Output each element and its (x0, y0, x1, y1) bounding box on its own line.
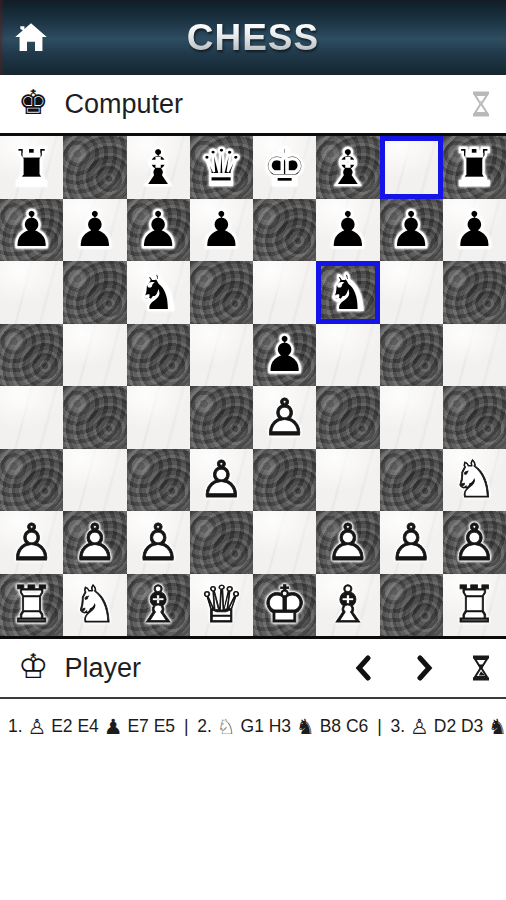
square-f8[interactable]: ♝ (316, 136, 379, 199)
square-a2[interactable]: ♟♙ (0, 511, 63, 574)
piece-outline-layer: ♙ (262, 392, 308, 443)
white-move: E2 E4 (46, 716, 103, 736)
square-b8[interactable] (63, 136, 126, 199)
piece-white-king[interactable]: ♚♔ (253, 574, 316, 637)
square-h1[interactable]: ♜♖ (443, 574, 506, 637)
piece-outline-layer: ♙ (452, 517, 498, 568)
piece-black-bishop[interactable]: ♝ (316, 136, 379, 199)
square-b6[interactable] (63, 261, 126, 324)
white-piece-glyph: ♘ (217, 715, 236, 739)
square-g4[interactable] (380, 386, 443, 449)
square-d1[interactable]: ♛♕ (190, 574, 253, 637)
piece-outline-layer: ♙ (388, 517, 434, 568)
piece-outline-layer: ♙ (9, 517, 55, 568)
square-f6[interactable]: ♞ (316, 261, 379, 324)
square-e4[interactable]: ♟♙ (253, 386, 316, 449)
piece-black-pawn[interactable]: ♟ (380, 199, 443, 262)
black-piece-glyph: ♟ (104, 715, 123, 739)
app-title: CHESS (187, 17, 319, 59)
square-d4[interactable] (190, 386, 253, 449)
piece-black-pawn[interactable]: ♟ (316, 199, 379, 262)
square-f1[interactable]: ♝♗ (316, 574, 379, 637)
piece-black-pawn[interactable]: ♟ (0, 199, 63, 262)
square-h6[interactable] (443, 261, 506, 324)
app-header: CHESS (0, 0, 506, 75)
square-c2[interactable]: ♟♙ (127, 511, 190, 574)
move-number: 3. (391, 716, 410, 736)
move-list: 1. ♙ E2 E4 ♟ E7 E5 | 2. ♘ G1 H3 ♞ B8 C6 … (0, 699, 506, 739)
square-a3[interactable] (0, 449, 63, 512)
piece-white-rook[interactable]: ♜♖ (443, 574, 506, 637)
square-g5[interactable] (380, 324, 443, 387)
square-a8[interactable]: ♜ (0, 136, 63, 199)
next-move-button[interactable] (408, 651, 442, 685)
square-e1[interactable]: ♚♔ (253, 574, 316, 637)
black-piece-glyph: ♞ (488, 715, 506, 739)
chess-board: ♜♝♛♚♝♜♟♟♟♟♟♟♟♞♞♟♟♙♟♙♞♘♟♙♟♙♟♙♟♙♟♙♟♙♜♖♞♘♝♗… (0, 133, 506, 639)
piece-white-bishop[interactable]: ♝♗ (127, 574, 190, 637)
square-c8[interactable]: ♝ (127, 136, 190, 199)
square-g6[interactable] (380, 261, 443, 324)
black-piece-glyph: ♞ (296, 715, 315, 739)
piece-black-rook[interactable]: ♜ (443, 136, 506, 199)
square-b7[interactable]: ♟ (63, 199, 126, 262)
piece-black-pawn[interactable]: ♟ (253, 324, 316, 387)
piece-white-pawn[interactable]: ♟♙ (127, 511, 190, 574)
square-f2[interactable]: ♟♙ (316, 511, 379, 574)
piece-white-bishop[interactable]: ♝♗ (316, 574, 379, 637)
square-f3[interactable] (316, 449, 379, 512)
piece-black-knight[interactable]: ♞ (316, 261, 379, 324)
black-move: E7 E5 (123, 716, 176, 736)
white-piece-glyph: ♙ (410, 715, 429, 739)
square-d6[interactable] (190, 261, 253, 324)
piece-white-pawn[interactable]: ♟♙ (0, 511, 63, 574)
square-g1[interactable] (380, 574, 443, 637)
square-c4[interactable] (127, 386, 190, 449)
square-h7[interactable]: ♟ (443, 199, 506, 262)
square-d8[interactable]: ♛ (190, 136, 253, 199)
square-a4[interactable] (0, 386, 63, 449)
square-a1[interactable]: ♜♖ (0, 574, 63, 637)
piece-black-knight[interactable]: ♞ (127, 261, 190, 324)
piece-outline-layer: ♗ (135, 579, 181, 630)
square-f5[interactable] (316, 324, 379, 387)
home-icon (14, 21, 48, 53)
square-g8[interactable] (380, 136, 443, 199)
piece-outline-layer: ♖ (452, 579, 498, 630)
square-a5[interactable] (0, 324, 63, 387)
move-separator: | (175, 716, 197, 736)
piece-outline-layer: ♙ (199, 454, 245, 505)
player-name: Player (64, 653, 346, 684)
piece-black-queen[interactable]: ♛ (190, 136, 253, 199)
square-d5[interactable] (190, 324, 253, 387)
black-king-icon: ♚ (18, 85, 48, 119)
move-number: 1. (8, 716, 27, 736)
square-h4[interactable] (443, 386, 506, 449)
player-hourglass-icon (470, 655, 492, 681)
square-e8[interactable]: ♚ (253, 136, 316, 199)
piece-white-rook[interactable]: ♜♖ (0, 574, 63, 637)
piece-outline-layer: ♖ (9, 579, 55, 630)
piece-white-pawn[interactable]: ♟♙ (443, 511, 506, 574)
square-c6[interactable]: ♞ (127, 261, 190, 324)
square-d7[interactable]: ♟ (190, 199, 253, 262)
piece-black-king[interactable]: ♚ (253, 136, 316, 199)
piece-outline-layer: ♕ (199, 579, 245, 630)
square-b1[interactable]: ♞♘ (63, 574, 126, 637)
square-d2[interactable] (190, 511, 253, 574)
piece-outline-layer: ♗ (325, 579, 371, 630)
square-h3[interactable]: ♞♘ (443, 449, 506, 512)
piece-outline-layer: ♙ (135, 517, 181, 568)
piece-outline-layer: ♘ (452, 454, 498, 505)
move-number: 2. (197, 716, 216, 736)
square-e2[interactable] (253, 511, 316, 574)
square-c1[interactable]: ♝♗ (127, 574, 190, 637)
square-h8[interactable]: ♜ (443, 136, 506, 199)
piece-outline-layer: ♙ (325, 517, 371, 568)
black-move: B8 C6 (315, 716, 369, 736)
square-c5[interactable] (127, 324, 190, 387)
piece-black-pawn[interactable]: ♟ (190, 199, 253, 262)
piece-white-pawn[interactable]: ♟♙ (253, 386, 316, 449)
square-b3[interactable] (63, 449, 126, 512)
move-separator: | (368, 716, 390, 736)
square-d3[interactable]: ♟♙ (190, 449, 253, 512)
square-e3[interactable] (253, 449, 316, 512)
piece-white-knight[interactable]: ♞♘ (63, 574, 126, 637)
square-f4[interactable] (316, 386, 379, 449)
piece-white-queen[interactable]: ♛♕ (190, 574, 253, 637)
piece-white-knight[interactable]: ♞♘ (443, 449, 506, 512)
square-h2[interactable]: ♟♙ (443, 511, 506, 574)
chevron-left-icon (352, 655, 374, 681)
white-piece-glyph: ♙ (27, 715, 46, 739)
computer-hourglass-icon (470, 91, 492, 117)
white-move: G1 H3 (236, 716, 296, 736)
piece-black-pawn[interactable]: ♟ (127, 199, 190, 262)
square-h5[interactable] (443, 324, 506, 387)
square-e7[interactable] (253, 199, 316, 262)
piece-black-pawn[interactable]: ♟ (63, 199, 126, 262)
computer-name: Computer (64, 89, 470, 120)
square-c3[interactable] (127, 449, 190, 512)
computer-bar: ♚ Computer (0, 75, 506, 133)
home-button[interactable] (12, 18, 50, 56)
square-e6[interactable] (253, 261, 316, 324)
square-b4[interactable] (63, 386, 126, 449)
previous-move-button[interactable] (346, 651, 380, 685)
square-e5[interactable]: ♟ (253, 324, 316, 387)
piece-white-pawn[interactable]: ♟♙ (316, 511, 379, 574)
piece-white-pawn[interactable]: ♟♙ (380, 511, 443, 574)
piece-outline-layer: ♘ (72, 579, 118, 630)
chevron-right-icon (414, 655, 436, 681)
piece-white-pawn[interactable]: ♟♙ (190, 449, 253, 512)
white-king-icon: ♔ (18, 649, 48, 683)
square-a7[interactable]: ♟ (0, 199, 63, 262)
square-g3[interactable] (380, 449, 443, 512)
square-c7[interactable]: ♟ (127, 199, 190, 262)
player-bar: ♔ Player (0, 639, 506, 697)
piece-black-pawn[interactable]: ♟ (443, 199, 506, 262)
white-move: D2 D3 (429, 716, 488, 736)
square-a6[interactable] (0, 261, 63, 324)
square-f7[interactable]: ♟ (316, 199, 379, 262)
piece-outline-layer: ♙ (72, 517, 118, 568)
square-b2[interactable]: ♟♙ (63, 511, 126, 574)
piece-outline-layer: ♔ (262, 579, 308, 630)
piece-black-bishop[interactable]: ♝ (127, 136, 190, 199)
square-g7[interactable]: ♟ (380, 199, 443, 262)
piece-black-rook[interactable]: ♜ (0, 136, 63, 199)
square-b5[interactable] (63, 324, 126, 387)
piece-white-pawn[interactable]: ♟♙ (63, 511, 126, 574)
square-g2[interactable]: ♟♙ (380, 511, 443, 574)
